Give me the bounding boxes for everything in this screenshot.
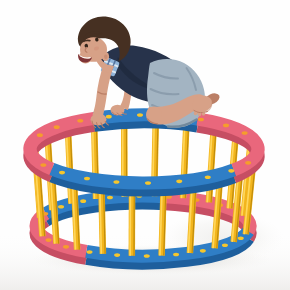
socket-dot <box>200 249 206 253</box>
scene-svg <box>0 0 290 290</box>
socket-dot <box>107 196 113 200</box>
top-ring <box>30 113 258 190</box>
socket-dot <box>80 199 86 203</box>
socket-dot <box>46 238 52 242</box>
socket-dot <box>228 169 234 173</box>
socket-dot <box>40 163 46 167</box>
socket-dot <box>205 175 211 179</box>
socket-dot <box>87 250 93 254</box>
socket-dot <box>58 205 64 209</box>
socket-dot <box>54 125 60 129</box>
socket-dot <box>173 253 179 257</box>
socket-dot <box>223 124 229 128</box>
socket-dot <box>114 253 120 257</box>
socket-dot <box>137 113 143 117</box>
boy <box>78 17 221 129</box>
socket-dot <box>245 161 251 165</box>
socket-dot <box>77 119 83 123</box>
socket-dot <box>84 177 90 181</box>
socket-dot <box>144 254 150 258</box>
socket-dot <box>198 118 204 122</box>
socket-dot <box>106 115 112 119</box>
product-photo <box>0 0 290 290</box>
socket-dot <box>242 131 248 135</box>
socket-dot <box>59 171 65 175</box>
socket-dot <box>176 180 182 184</box>
socket-dot <box>145 181 151 185</box>
socket-dot <box>63 245 69 249</box>
socket-dot <box>37 133 43 137</box>
boy-knee <box>146 107 162 124</box>
boy-head <box>78 17 131 64</box>
socket-dot <box>222 243 228 247</box>
socket-dot <box>113 180 119 184</box>
socket-dot <box>238 236 244 240</box>
boy-front-foot <box>192 95 212 116</box>
